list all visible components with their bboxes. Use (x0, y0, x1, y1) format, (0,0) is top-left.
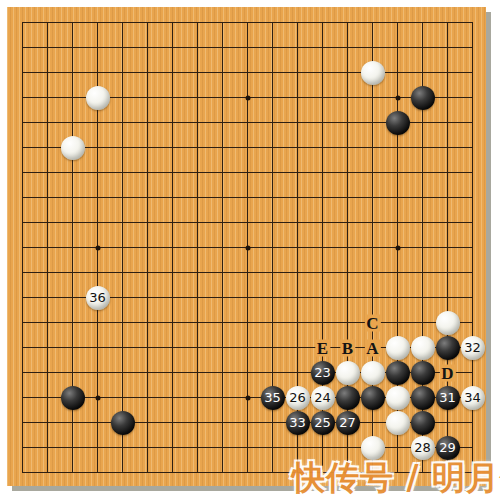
stone-white (361, 361, 385, 385)
star-point (95, 395, 100, 400)
stone-black-move-25: 25 (311, 411, 335, 435)
stone-black-move-27: 27 (336, 411, 360, 435)
stone-white (386, 411, 410, 435)
star-point (245, 245, 250, 250)
stone-black (411, 411, 435, 435)
move-number: 23 (314, 366, 331, 379)
stone-white (86, 86, 110, 110)
stone-white (336, 361, 360, 385)
point-label-A: A (364, 339, 380, 356)
stone-black (361, 386, 385, 410)
move-number: 24 (314, 391, 331, 404)
star-point (395, 245, 400, 250)
star-point (245, 95, 250, 100)
stone-white (411, 336, 435, 360)
point-label-D: D (439, 364, 455, 381)
stone-black (436, 336, 460, 360)
grid-line-horizontal (22, 272, 473, 273)
stone-white-move-32: 32 (461, 336, 485, 360)
stone-white-move-24: 24 (311, 386, 335, 410)
stone-white (436, 311, 460, 335)
stone-white-move-36: 36 (86, 286, 110, 310)
move-number: 32 (464, 341, 481, 354)
go-board: 36322335262431343325272829ABCDE (7, 7, 486, 486)
point-label-C: C (364, 314, 380, 331)
star-point (95, 245, 100, 250)
stone-black (411, 361, 435, 385)
move-number: 29 (439, 441, 456, 454)
point-label-B: B (340, 339, 355, 356)
stone-black (411, 86, 435, 110)
stone-black-move-35: 35 (261, 386, 285, 410)
move-number: 34 (464, 391, 481, 404)
go-diagram: 36322335262431343325272829ABCDE 快传号 / 明月… (0, 0, 500, 500)
star-point (395, 95, 400, 100)
point-label-E: E (315, 339, 330, 356)
stone-white (386, 386, 410, 410)
stone-white (386, 336, 410, 360)
stone-black (336, 386, 360, 410)
move-number: 27 (339, 416, 356, 429)
move-number: 36 (89, 291, 106, 304)
stone-black (386, 111, 410, 135)
stone-white-move-26: 26 (286, 386, 310, 410)
move-number: 31 (439, 391, 456, 404)
watermark: 快传号 / 明月信俊 (292, 456, 500, 500)
move-number: 25 (314, 416, 331, 429)
stone-black (61, 386, 85, 410)
stone-black-move-23: 23 (311, 361, 335, 385)
stone-white-move-34: 34 (461, 386, 485, 410)
stone-black (411, 386, 435, 410)
move-number: 33 (289, 416, 306, 429)
move-number: 28 (414, 441, 431, 454)
move-number: 35 (264, 391, 281, 404)
stone-black-move-33: 33 (286, 411, 310, 435)
stone-black (111, 411, 135, 435)
move-number: 26 (289, 391, 306, 404)
stone-black-move-31: 31 (436, 386, 460, 410)
stone-white (361, 61, 385, 85)
grid-line-horizontal (22, 447, 473, 448)
grid-line-horizontal (22, 322, 473, 323)
star-point (245, 395, 250, 400)
stone-white (61, 136, 85, 160)
stone-black (386, 361, 410, 385)
